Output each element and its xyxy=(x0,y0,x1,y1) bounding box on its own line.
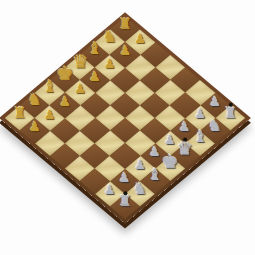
board-rim: ♜♟♟♜♞♟♟♞♝♟♟♝♛♟♟♛♚♟♟♚♝♟♟♝♞♟♟♞♜♟♟♜ xyxy=(0,12,251,223)
board-squares: ♜♟♟♜♞♟♟♞♝♟♟♝♛♟♟♛♚♟♟♚♝♟♟♝♞♟♟♞♜♟♟♜ xyxy=(5,17,245,219)
piece-silver-pawn-f7: ♟ xyxy=(134,158,146,171)
piece-gold-pawn-e2: ♟ xyxy=(74,82,86,95)
piece-silver-pawn-d7: ♟ xyxy=(164,133,176,146)
piece-silver-pawn-h7: ♟ xyxy=(104,183,116,196)
piece-silver-rook-a8: ♜ xyxy=(223,106,236,121)
piece-silver-pawn-e7: ♟ xyxy=(149,145,161,158)
chess-set-photo: ♜♟♟♜♞♟♟♞♝♟♟♝♛♟♟♛♚♟♟♚♝♟♟♝♞♟♟♞♜♟♟♜ xyxy=(0,0,255,255)
piece-gold-rook-a1: ♜ xyxy=(118,17,131,32)
piece-gold-pawn-d2: ♟ xyxy=(89,70,101,83)
piece-silver-pawn-a7: ♟ xyxy=(209,95,221,108)
piece-silver-pawn-g7: ♟ xyxy=(119,171,131,184)
piece-gold-pawn-b2: ♟ xyxy=(119,44,131,57)
piece-silver-pawn-c7: ♟ xyxy=(179,120,191,133)
piece-gold-pawn-a2: ♟ xyxy=(134,32,146,45)
piece-gold-pawn-g2: ♟ xyxy=(44,108,56,121)
piece-gold-pawn-f2: ♟ xyxy=(59,95,71,108)
piece-silver-pawn-b7: ♟ xyxy=(194,108,206,121)
piece-gold-pawn-c2: ♟ xyxy=(104,57,116,70)
chess-board: ♜♟♟♜♞♟♟♞♝♟♟♝♛♟♟♛♚♟♟♚♝♟♟♝♞♟♟♞♜♟♟♜ xyxy=(0,12,251,223)
piece-gold-pawn-h2: ♟ xyxy=(29,120,41,133)
